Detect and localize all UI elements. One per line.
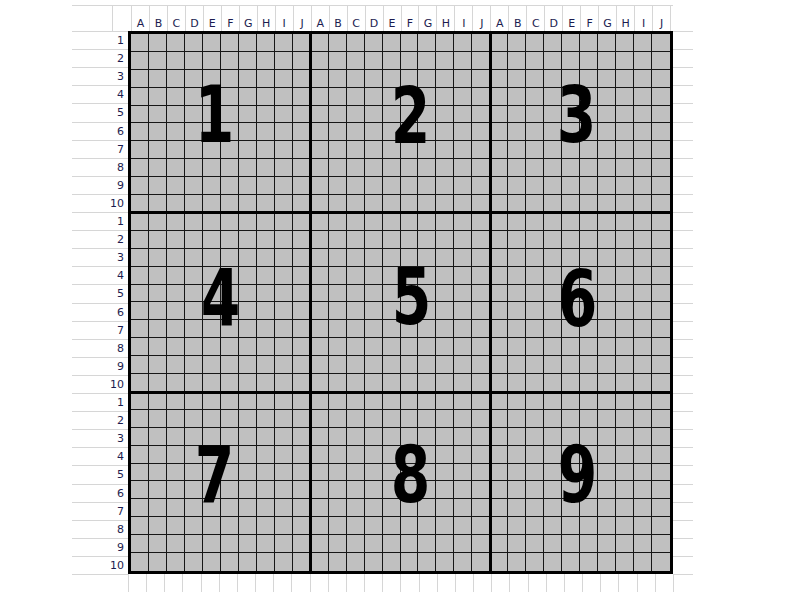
grid-cell[interactable]: [508, 106, 526, 124]
grid-cell[interactable]: [239, 392, 257, 410]
grid-cell[interactable]: [365, 446, 383, 464]
grid-cell[interactable]: [185, 34, 203, 52]
grid-cell[interactable]: [562, 464, 580, 482]
grid-cell[interactable]: [598, 285, 616, 303]
grid-cell[interactable]: [131, 535, 149, 553]
grid-cell[interactable]: [257, 70, 275, 88]
grid-cell[interactable]: [580, 356, 598, 374]
grid-cell[interactable]: [275, 464, 293, 482]
grid-cell[interactable]: [436, 338, 454, 356]
grid-cell[interactable]: [454, 34, 472, 52]
grid-cell[interactable]: [329, 302, 347, 320]
grid-cell[interactable]: [544, 464, 562, 482]
grid-cell[interactable]: [544, 88, 562, 106]
grid-cell[interactable]: [203, 195, 221, 213]
grid-cell[interactable]: [454, 392, 472, 410]
grid-cell[interactable]: [311, 106, 329, 124]
grid-cell[interactable]: [383, 374, 401, 392]
grid-cell[interactable]: [221, 70, 239, 88]
grid-cell[interactable]: [490, 106, 508, 124]
grid-cell[interactable]: [275, 499, 293, 517]
grid-cell[interactable]: [167, 213, 185, 231]
grid-cell[interactable]: [365, 34, 383, 52]
grid-cell[interactable]: [239, 535, 257, 553]
grid-cell[interactable]: [634, 410, 652, 428]
grid-cell[interactable]: [418, 159, 436, 177]
grid-cell[interactable]: [472, 374, 490, 392]
grid-cell[interactable]: [203, 428, 221, 446]
grid-cell[interactable]: [436, 195, 454, 213]
grid-cell[interactable]: [580, 553, 598, 571]
grid-cell[interactable]: [490, 553, 508, 571]
grid-cell[interactable]: [257, 410, 275, 428]
grid-cell[interactable]: [131, 338, 149, 356]
grid-cell[interactable]: [418, 320, 436, 338]
grid-cell[interactable]: [239, 499, 257, 517]
grid-cell[interactable]: [293, 70, 311, 88]
grid-cell[interactable]: [257, 535, 275, 553]
grid-cell[interactable]: [185, 213, 203, 231]
grid-cell[interactable]: [257, 213, 275, 231]
grid-cell[interactable]: [544, 123, 562, 141]
grid-cell[interactable]: [149, 446, 167, 464]
grid-cell[interactable]: [365, 88, 383, 106]
grid-cell[interactable]: [652, 410, 670, 428]
grid-cell[interactable]: [634, 553, 652, 571]
grid-cell[interactable]: [526, 302, 544, 320]
grid-cell[interactable]: [383, 231, 401, 249]
grid-cell[interactable]: [383, 338, 401, 356]
grid-cell[interactable]: [257, 141, 275, 159]
grid-cell[interactable]: [275, 177, 293, 195]
grid-cell[interactable]: [436, 177, 454, 195]
grid-cell[interactable]: [562, 285, 580, 303]
grid-cell[interactable]: [526, 517, 544, 535]
grid-cell[interactable]: [454, 267, 472, 285]
grid-cell[interactable]: [383, 177, 401, 195]
grid-cell[interactable]: [401, 392, 419, 410]
grid-cell[interactable]: [652, 285, 670, 303]
grid-cell[interactable]: [598, 231, 616, 249]
grid-cell[interactable]: [634, 88, 652, 106]
grid-cell[interactable]: [544, 195, 562, 213]
grid-cell[interactable]: [275, 428, 293, 446]
grid-cell[interactable]: [436, 231, 454, 249]
grid-cell[interactable]: [185, 195, 203, 213]
grid-cell[interactable]: [311, 481, 329, 499]
grid-cell[interactable]: [311, 356, 329, 374]
grid-cell[interactable]: [167, 159, 185, 177]
grid-cell[interactable]: [454, 70, 472, 88]
grid-cell[interactable]: [203, 374, 221, 392]
grid-cell[interactable]: [598, 106, 616, 124]
grid-cell[interactable]: [257, 302, 275, 320]
grid-cell[interactable]: [257, 231, 275, 249]
grid-cell[interactable]: [257, 517, 275, 535]
grid-cell[interactable]: [275, 446, 293, 464]
grid-cell[interactable]: [293, 141, 311, 159]
grid-cell[interactable]: [311, 302, 329, 320]
grid-cell[interactable]: [526, 410, 544, 428]
grid-cell[interactable]: [598, 374, 616, 392]
grid-cell[interactable]: [203, 446, 221, 464]
grid-cell[interactable]: [167, 267, 185, 285]
grid-cell[interactable]: [383, 428, 401, 446]
grid-cell[interactable]: [652, 267, 670, 285]
grid-cell[interactable]: [454, 481, 472, 499]
grid-cell[interactable]: [634, 285, 652, 303]
grid-cell[interactable]: [131, 374, 149, 392]
grid-cell[interactable]: [149, 231, 167, 249]
grid-cell[interactable]: [239, 428, 257, 446]
grid-cell[interactable]: [490, 231, 508, 249]
grid-cell[interactable]: [149, 267, 167, 285]
grid-cell[interactable]: [490, 34, 508, 52]
grid-cell[interactable]: [436, 70, 454, 88]
grid-cell[interactable]: [149, 356, 167, 374]
grid-cell[interactable]: [490, 481, 508, 499]
grid-cell[interactable]: [275, 517, 293, 535]
grid-cell[interactable]: [454, 374, 472, 392]
grid-cell[interactable]: [454, 249, 472, 267]
grid-cell[interactable]: [562, 410, 580, 428]
grid-cell[interactable]: [544, 338, 562, 356]
grid-cell[interactable]: [526, 285, 544, 303]
grid-cell[interactable]: [239, 464, 257, 482]
grid-cell[interactable]: [239, 553, 257, 571]
grid-cell[interactable]: [167, 195, 185, 213]
grid-cell[interactable]: [329, 231, 347, 249]
grid-cell[interactable]: [472, 302, 490, 320]
grid-cell[interactable]: [275, 231, 293, 249]
grid-cell[interactable]: [275, 213, 293, 231]
grid-cell[interactable]: [149, 428, 167, 446]
grid-cell[interactable]: [652, 374, 670, 392]
grid-cell[interactable]: [526, 231, 544, 249]
grid-cell[interactable]: [508, 374, 526, 392]
grid-cell[interactable]: [616, 231, 634, 249]
grid-cell[interactable]: [616, 499, 634, 517]
grid-cell[interactable]: [221, 535, 239, 553]
grid-cell[interactable]: [239, 159, 257, 177]
grid-cell[interactable]: [293, 392, 311, 410]
grid-cell[interactable]: [203, 159, 221, 177]
grid-cell[interactable]: [436, 392, 454, 410]
grid-cell[interactable]: [580, 195, 598, 213]
grid-cell[interactable]: [347, 535, 365, 553]
grid-cell[interactable]: [401, 535, 419, 553]
grid-cell[interactable]: [131, 123, 149, 141]
grid-cell[interactable]: [580, 446, 598, 464]
grid-cell[interactable]: [652, 499, 670, 517]
grid-cell[interactable]: [329, 52, 347, 70]
grid-cell[interactable]: [562, 177, 580, 195]
grid-cell[interactable]: [544, 249, 562, 267]
grid-cell[interactable]: [167, 410, 185, 428]
grid-cell[interactable]: [454, 446, 472, 464]
grid-cell[interactable]: [203, 70, 221, 88]
grid-cell[interactable]: [383, 481, 401, 499]
grid-cell[interactable]: [329, 70, 347, 88]
grid-cell[interactable]: [401, 410, 419, 428]
grid-cell[interactable]: [401, 249, 419, 267]
grid-cell[interactable]: [257, 481, 275, 499]
grid-cell[interactable]: [454, 195, 472, 213]
grid-cell[interactable]: [293, 499, 311, 517]
grid-cell[interactable]: [526, 374, 544, 392]
grid-cell[interactable]: [293, 34, 311, 52]
grid-cell[interactable]: [293, 338, 311, 356]
grid-cell[interactable]: [580, 231, 598, 249]
grid-cell[interactable]: [418, 535, 436, 553]
grid-cell[interactable]: [454, 535, 472, 553]
grid-cell[interactable]: [275, 481, 293, 499]
grid-cell[interactable]: [418, 106, 436, 124]
grid-cell[interactable]: [383, 499, 401, 517]
grid-cell[interactable]: [598, 213, 616, 231]
grid-cell[interactable]: [562, 249, 580, 267]
grid-cell[interactable]: [598, 392, 616, 410]
grid-cell[interactable]: [580, 34, 598, 52]
grid-cell[interactable]: [562, 320, 580, 338]
grid-cell[interactable]: [167, 446, 185, 464]
grid-cell[interactable]: [149, 177, 167, 195]
grid-cell[interactable]: [544, 159, 562, 177]
grid-cell[interactable]: [652, 464, 670, 482]
grid-cell[interactable]: [239, 88, 257, 106]
grid-cell[interactable]: [167, 231, 185, 249]
grid-cell[interactable]: [634, 106, 652, 124]
grid-cell[interactable]: [526, 159, 544, 177]
grid-cell[interactable]: [634, 320, 652, 338]
grid-cell[interactable]: [418, 374, 436, 392]
grid-cell[interactable]: [401, 302, 419, 320]
grid-cell[interactable]: [580, 517, 598, 535]
grid-cell[interactable]: [454, 356, 472, 374]
grid-cell[interactable]: [490, 446, 508, 464]
grid-cell[interactable]: [131, 141, 149, 159]
grid-cell[interactable]: [203, 499, 221, 517]
grid-cell[interactable]: [275, 34, 293, 52]
grid-cell[interactable]: [365, 517, 383, 535]
grid-cell[interactable]: [203, 177, 221, 195]
grid-cell[interactable]: [131, 428, 149, 446]
grid-cell[interactable]: [365, 106, 383, 124]
grid-cell[interactable]: [436, 428, 454, 446]
grid-cell[interactable]: [347, 374, 365, 392]
grid-cell[interactable]: [311, 267, 329, 285]
grid-cell[interactable]: [562, 517, 580, 535]
grid-cell[interactable]: [167, 374, 185, 392]
grid-cell[interactable]: [347, 302, 365, 320]
grid-cell[interactable]: [167, 88, 185, 106]
grid-cell[interactable]: [347, 159, 365, 177]
grid-cell[interactable]: [131, 159, 149, 177]
grid-cell[interactable]: [383, 70, 401, 88]
grid-cell[interactable]: [293, 249, 311, 267]
grid-cell[interactable]: [167, 338, 185, 356]
grid-cell[interactable]: [275, 195, 293, 213]
grid-cell[interactable]: [418, 481, 436, 499]
grid-cell[interactable]: [472, 106, 490, 124]
grid-cell[interactable]: [436, 123, 454, 141]
grid-cell[interactable]: [203, 356, 221, 374]
grid-cell[interactable]: [436, 52, 454, 70]
grid-cell[interactable]: [347, 285, 365, 303]
grid-cell[interactable]: [526, 141, 544, 159]
grid-cell[interactable]: [239, 374, 257, 392]
grid-cell[interactable]: [383, 34, 401, 52]
grid-cell[interactable]: [293, 213, 311, 231]
grid-cell[interactable]: [616, 88, 634, 106]
grid-cell[interactable]: [365, 249, 383, 267]
grid-cell[interactable]: [383, 535, 401, 553]
grid-cell[interactable]: [490, 195, 508, 213]
grid-cell[interactable]: [365, 535, 383, 553]
grid-cell[interactable]: [203, 338, 221, 356]
grid-cell[interactable]: [436, 517, 454, 535]
grid-cell[interactable]: [203, 553, 221, 571]
grid-cell[interactable]: [167, 106, 185, 124]
grid-cell[interactable]: [652, 70, 670, 88]
grid-cell[interactable]: [508, 52, 526, 70]
grid-cell[interactable]: [616, 52, 634, 70]
grid-cell[interactable]: [185, 374, 203, 392]
grid-cell[interactable]: [365, 338, 383, 356]
grid-cell[interactable]: [221, 34, 239, 52]
grid-cell[interactable]: [562, 106, 580, 124]
grid-cell[interactable]: [418, 517, 436, 535]
grid-cell[interactable]: [526, 338, 544, 356]
grid-cell[interactable]: [383, 285, 401, 303]
grid-cell[interactable]: [634, 141, 652, 159]
grid-cell[interactable]: [634, 338, 652, 356]
grid-cell[interactable]: [598, 356, 616, 374]
grid-cell[interactable]: [401, 52, 419, 70]
grid-cell[interactable]: [293, 356, 311, 374]
grid-cell[interactable]: [239, 320, 257, 338]
grid-cell[interactable]: [598, 535, 616, 553]
grid-cell[interactable]: [149, 392, 167, 410]
grid-cell[interactable]: [401, 553, 419, 571]
grid-cell[interactable]: [544, 285, 562, 303]
grid-cell[interactable]: [544, 320, 562, 338]
grid-cell[interactable]: [472, 410, 490, 428]
grid-cell[interactable]: [221, 123, 239, 141]
grid-cell[interactable]: [257, 320, 275, 338]
grid-cell[interactable]: [544, 517, 562, 535]
grid-cell[interactable]: [293, 106, 311, 124]
grid-cell[interactable]: [490, 428, 508, 446]
grid-cell[interactable]: [257, 267, 275, 285]
grid-cell[interactable]: [544, 34, 562, 52]
grid-cell[interactable]: [131, 249, 149, 267]
grid-cell[interactable]: [544, 446, 562, 464]
grid-cell[interactable]: [652, 159, 670, 177]
grid-cell[interactable]: [418, 338, 436, 356]
grid-cell[interactable]: [401, 446, 419, 464]
grid-cell[interactable]: [167, 553, 185, 571]
grid-cell[interactable]: [275, 267, 293, 285]
grid-cell[interactable]: [149, 88, 167, 106]
grid-cell[interactable]: [257, 338, 275, 356]
grid-cell[interactable]: [239, 231, 257, 249]
grid-cell[interactable]: [616, 374, 634, 392]
grid-cell[interactable]: [149, 141, 167, 159]
grid-cell[interactable]: [185, 446, 203, 464]
grid-cell[interactable]: [598, 70, 616, 88]
grid-cell[interactable]: [329, 499, 347, 517]
grid-cell[interactable]: [167, 499, 185, 517]
grid-cell[interactable]: [365, 464, 383, 482]
grid-cell[interactable]: [131, 499, 149, 517]
grid-cell[interactable]: [472, 553, 490, 571]
grid-cell[interactable]: [257, 195, 275, 213]
grid-cell[interactable]: [526, 52, 544, 70]
grid-cell[interactable]: [275, 52, 293, 70]
grid-cell[interactable]: [526, 464, 544, 482]
grid-cell[interactable]: [275, 159, 293, 177]
grid-cell[interactable]: [347, 267, 365, 285]
grid-cell[interactable]: [436, 320, 454, 338]
grid-cell[interactable]: [401, 481, 419, 499]
grid-cell[interactable]: [131, 195, 149, 213]
grid-cell[interactable]: [167, 70, 185, 88]
grid-cell[interactable]: [203, 320, 221, 338]
grid-cell[interactable]: [131, 481, 149, 499]
grid-cell[interactable]: [598, 159, 616, 177]
grid-cell[interactable]: [436, 481, 454, 499]
grid-cell[interactable]: [383, 267, 401, 285]
grid-cell[interactable]: [239, 123, 257, 141]
grid-cell[interactable]: [167, 481, 185, 499]
grid-cell[interactable]: [508, 177, 526, 195]
grid-cell[interactable]: [436, 374, 454, 392]
grid-cell[interactable]: [311, 249, 329, 267]
grid-cell[interactable]: [634, 159, 652, 177]
grid-cell[interactable]: [634, 499, 652, 517]
grid-cell[interactable]: [347, 34, 365, 52]
grid-cell[interactable]: [311, 70, 329, 88]
grid-cell[interactable]: [311, 499, 329, 517]
grid-cell[interactable]: [365, 553, 383, 571]
grid-cell[interactable]: [652, 141, 670, 159]
grid-cell[interactable]: [580, 410, 598, 428]
grid-cell[interactable]: [634, 177, 652, 195]
grid-cell[interactable]: [347, 249, 365, 267]
grid-cell[interactable]: [598, 499, 616, 517]
grid-cell[interactable]: [221, 302, 239, 320]
grid-cell[interactable]: [616, 267, 634, 285]
grid-cell[interactable]: [436, 535, 454, 553]
grid-cell[interactable]: [580, 464, 598, 482]
grid-cell[interactable]: [383, 159, 401, 177]
grid-cell[interactable]: [562, 535, 580, 553]
grid-cell[interactable]: [365, 356, 383, 374]
grid-cell[interactable]: [185, 106, 203, 124]
grid-cell[interactable]: [401, 464, 419, 482]
puzzle-board[interactable]: 123456789: [128, 31, 673, 574]
grid-cell[interactable]: [257, 249, 275, 267]
grid-cell[interactable]: [239, 213, 257, 231]
grid-cell[interactable]: [418, 392, 436, 410]
grid-cell[interactable]: [544, 213, 562, 231]
grid-cell[interactable]: [652, 338, 670, 356]
grid-cell[interactable]: [562, 34, 580, 52]
grid-cell[interactable]: [616, 446, 634, 464]
grid-cell[interactable]: [634, 195, 652, 213]
grid-cell[interactable]: [562, 356, 580, 374]
